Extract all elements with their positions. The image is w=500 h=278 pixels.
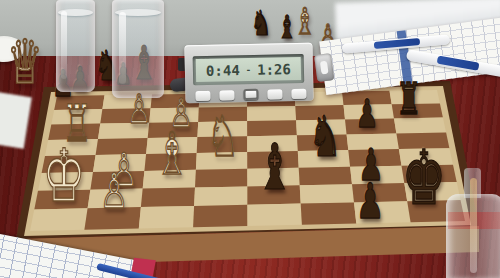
- square-g6[interactable]: [300, 184, 354, 203]
- clock-button-3[interactable]: [243, 89, 258, 100]
- water-glass-right: [112, 0, 164, 98]
- piece-black-bishop-g5[interactable]: ♝: [256, 136, 293, 199]
- piece-black-pawn-c7[interactable]: ♟: [356, 94, 379, 133]
- photo-stage: DGT 0:44 - 1:26 ♕♟♟♟♞♝♞♝♗♙♜♙♙♟♖♘♞♗♟♙♝♔♚♙…: [0, 0, 500, 278]
- water-glass-left: [56, 0, 95, 92]
- clock-button-1[interactable]: [195, 91, 210, 101]
- clock-separator: -: [246, 64, 252, 74]
- pen-blue-band: [374, 38, 420, 49]
- piece-black-rook-b8[interactable]: ♜: [396, 77, 422, 121]
- square-h5[interactable]: [247, 204, 302, 227]
- glass-shine: [119, 12, 126, 85]
- square-g3[interactable]: [141, 188, 195, 208]
- piece-white-pawn-h2[interactable]: ♙: [100, 167, 129, 216]
- piece-black-king-h8[interactable]: ♚: [402, 140, 446, 216]
- captured-white-queen: ♕: [7, 32, 43, 93]
- square-h6[interactable]: [301, 202, 357, 224]
- bottle-glint: [470, 178, 477, 273]
- piece-white-pawn-c2[interactable]: ♙: [127, 89, 151, 129]
- glass-bottle: [446, 168, 500, 278]
- clock-button-4[interactable]: [267, 89, 282, 99]
- square-h3[interactable]: [139, 206, 194, 229]
- square-h4[interactable]: [193, 205, 247, 228]
- clock-button-2[interactable]: [219, 90, 234, 100]
- piece-white-bishop-f3[interactable]: ♗: [155, 124, 189, 183]
- square-g4[interactable]: [194, 186, 247, 206]
- clock-right-time: 1:26: [257, 61, 291, 78]
- clipboard-clip: [314, 53, 334, 82]
- clock-lcd: 0:44 - 1:26: [196, 57, 301, 82]
- square-b5[interactable]: [247, 106, 296, 121]
- glass-shine: [61, 11, 66, 79]
- square-f4[interactable]: [195, 169, 247, 188]
- clock-button-5[interactable]: [291, 89, 306, 99]
- captured-black-knight: ♞: [251, 7, 271, 41]
- piece-black-knight-e6[interactable]: ♞: [309, 109, 342, 165]
- piece-white-knight-e4[interactable]: ♘: [207, 109, 240, 165]
- piece-white-king-g1[interactable]: ♔: [42, 138, 85, 211]
- clock-left-time: 0:44: [206, 62, 240, 79]
- digital-chess-clock: DGT 0:44 - 1:26: [184, 43, 313, 104]
- clock-display: DGT 0:44 - 1:26: [193, 54, 305, 85]
- captured-white-bishop: ♗: [294, 3, 316, 40]
- piece-black-pawn-h7[interactable]: ♟: [356, 177, 385, 226]
